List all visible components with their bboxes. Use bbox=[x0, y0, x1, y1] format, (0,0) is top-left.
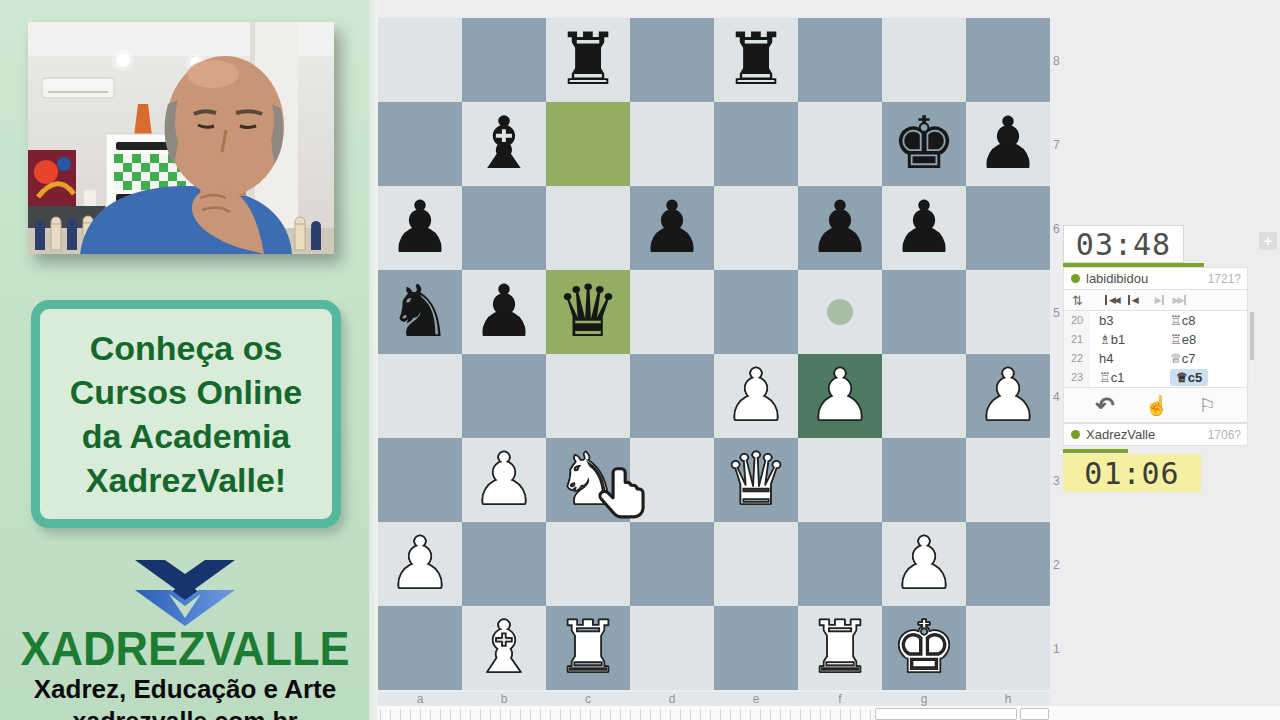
black-pawn[interactable]: ♟ bbox=[798, 186, 882, 270]
opponent-card: labidibidou 1721? bbox=[1063, 267, 1248, 290]
square-f6[interactable]: ♟ bbox=[798, 186, 882, 270]
white-pawn[interactable]: ♟ bbox=[966, 354, 1050, 438]
square-c2[interactable] bbox=[546, 522, 630, 606]
first-move-button[interactable]: ◀◀ bbox=[1105, 295, 1128, 305]
square-d3[interactable] bbox=[630, 438, 714, 522]
white-move[interactable]: b3 bbox=[1090, 313, 1168, 328]
square-b1[interactable]: ♝ bbox=[462, 606, 546, 690]
player-rating: 1706? bbox=[1208, 428, 1241, 442]
black-pawn[interactable]: ♟ bbox=[882, 186, 966, 270]
stream-sidebar: Conheça os Cursos Online da Academia Xad… bbox=[0, 0, 378, 720]
white-pawn[interactable]: ♟ bbox=[882, 522, 966, 606]
rank-label-8: 8 bbox=[1053, 54, 1067, 68]
square-b8[interactable] bbox=[462, 18, 546, 102]
square-b2[interactable] bbox=[462, 522, 546, 606]
opponent-rating: 1721? bbox=[1208, 272, 1241, 286]
square-h6[interactable] bbox=[966, 186, 1050, 270]
rank-label-7: 7 bbox=[1053, 138, 1067, 152]
square-a1[interactable] bbox=[378, 606, 462, 690]
square-h5[interactable] bbox=[966, 270, 1050, 354]
square-a4[interactable] bbox=[378, 354, 462, 438]
bottom-strip bbox=[378, 706, 1280, 720]
square-f2[interactable] bbox=[798, 522, 882, 606]
square-d4[interactable] bbox=[630, 354, 714, 438]
square-h4[interactable]: ♟ bbox=[966, 354, 1050, 438]
white-queen[interactable]: ♛ bbox=[714, 438, 798, 522]
black-queen[interactable]: ♛ bbox=[546, 270, 630, 354]
square-d6[interactable]: ♟ bbox=[630, 186, 714, 270]
square-c8[interactable]: ♜ bbox=[546, 18, 630, 102]
square-c5[interactable]: ♛ bbox=[546, 270, 630, 354]
promo-text: Conheça os Cursos Online da Academia Xad… bbox=[70, 326, 302, 503]
rank-label-2: 2 bbox=[1053, 558, 1067, 572]
move-nav-bar: ⇅ ◀◀ ◀ ▶ ▶▶ bbox=[1063, 290, 1248, 311]
white-move[interactable]: ♗b1 bbox=[1090, 332, 1168, 347]
white-bishop[interactable]: ♝ bbox=[462, 606, 546, 690]
white-move[interactable]: h4 bbox=[1090, 351, 1168, 366]
square-g1[interactable]: ♚ bbox=[882, 606, 966, 690]
square-e7[interactable] bbox=[714, 102, 798, 186]
square-e3[interactable]: ♛ bbox=[714, 438, 798, 522]
square-d1[interactable] bbox=[630, 606, 714, 690]
square-f3[interactable] bbox=[798, 438, 882, 522]
rank-label-1: 1 bbox=[1053, 642, 1067, 656]
move-row: 21♗b1♖e8 bbox=[1064, 330, 1247, 349]
online-dot-icon bbox=[1071, 274, 1080, 283]
square-h8[interactable] bbox=[966, 18, 1050, 102]
promo-banner: Conheça os Cursos Online da Academia Xad… bbox=[31, 300, 341, 528]
square-d5[interactable] bbox=[630, 270, 714, 354]
opponent-name[interactable]: labidibidou bbox=[1086, 271, 1208, 286]
move-hint-dot[interactable] bbox=[827, 299, 853, 325]
white-pawn[interactable]: ♟ bbox=[714, 354, 798, 438]
brand-block: XADREZVALLE Xadrez, Educação e Arte xadr… bbox=[0, 560, 370, 720]
move-number: 22 bbox=[1064, 349, 1090, 368]
square-b6[interactable] bbox=[462, 186, 546, 270]
square-c6[interactable] bbox=[546, 186, 630, 270]
resign-flag-icon[interactable]: ⚐ bbox=[1198, 396, 1215, 415]
webcam-scene bbox=[28, 22, 334, 254]
online-dot-icon bbox=[1071, 430, 1080, 439]
white-knight[interactable]: ♞ bbox=[546, 438, 630, 522]
square-g5[interactable] bbox=[882, 270, 966, 354]
black-move[interactable]: ♕c7 bbox=[1168, 351, 1247, 366]
square-a2[interactable]: ♟ bbox=[378, 522, 462, 606]
square-e1[interactable] bbox=[714, 606, 798, 690]
black-king[interactable]: ♚ bbox=[882, 102, 966, 186]
last-move-button[interactable]: ▶▶ bbox=[1164, 295, 1187, 305]
bottom-small-box[interactable] bbox=[1020, 708, 1049, 720]
square-e5[interactable] bbox=[714, 270, 798, 354]
game-actions: ↶ ☝ ⚐ bbox=[1063, 387, 1248, 423]
square-c7[interactable] bbox=[546, 102, 630, 186]
chess-board[interactable]: ♜♜♝♚♟♟♟♟♟♞♟♛♟♟♟♟♞♛♟♟♝♜♜♚ bbox=[378, 18, 1050, 690]
square-e6[interactable] bbox=[714, 186, 798, 270]
brand-website: xadrezvalle.com.br bbox=[0, 707, 370, 720]
square-h7[interactable]: ♟ bbox=[966, 102, 1050, 186]
brand-name: XADREZVALLE bbox=[0, 625, 370, 672]
black-bishop[interactable]: ♝ bbox=[462, 102, 546, 186]
square-h2[interactable] bbox=[966, 522, 1050, 606]
black-pawn[interactable]: ♟ bbox=[462, 270, 546, 354]
white-pawn[interactable]: ♟ bbox=[378, 522, 462, 606]
player-card: XadrezValle 1706? bbox=[1063, 423, 1248, 446]
bottom-input-box[interactable] bbox=[875, 708, 1017, 720]
move-number: 23 bbox=[1064, 368, 1090, 387]
brand-tagline: Xadrez, Educação e Arte bbox=[0, 674, 370, 705]
opponent-clock: 03:48 bbox=[1063, 225, 1184, 263]
square-d2[interactable] bbox=[630, 522, 714, 606]
square-c1[interactable]: ♜ bbox=[546, 606, 630, 690]
square-b4[interactable] bbox=[462, 354, 546, 438]
player-progress-bar bbox=[1063, 449, 1128, 453]
square-g6[interactable]: ♟ bbox=[882, 186, 966, 270]
square-g3[interactable] bbox=[882, 438, 966, 522]
square-h3[interactable] bbox=[966, 438, 1050, 522]
tick-strip bbox=[380, 709, 872, 720]
square-e8[interactable]: ♜ bbox=[714, 18, 798, 102]
square-g2[interactable]: ♟ bbox=[882, 522, 966, 606]
black-move[interactable]: ♖c8 bbox=[1168, 313, 1247, 328]
move-row: 22h4♕c7 bbox=[1064, 349, 1247, 368]
cycle-icon[interactable]: ⇅ bbox=[1072, 293, 1083, 308]
square-f4[interactable]: ♟ bbox=[798, 354, 882, 438]
square-g8[interactable] bbox=[882, 18, 966, 102]
draw-offer-icon[interactable]: ☝ bbox=[1145, 396, 1169, 415]
black-move[interactable]: ♖e8 bbox=[1168, 332, 1247, 347]
square-a3[interactable] bbox=[378, 438, 462, 522]
player-clock-active: 01:06 bbox=[1063, 454, 1201, 492]
takeback-icon[interactable]: ↶ bbox=[1095, 394, 1114, 417]
next-move-button[interactable]: ▶ bbox=[1146, 295, 1164, 305]
white-king[interactable]: ♚ bbox=[882, 606, 966, 690]
move-row: 23♖c1♕c5 bbox=[1064, 368, 1247, 387]
square-g7[interactable]: ♚ bbox=[882, 102, 966, 186]
square-f8[interactable] bbox=[798, 18, 882, 102]
square-a5[interactable]: ♞ bbox=[378, 270, 462, 354]
player-name[interactable]: XadrezValle bbox=[1086, 427, 1208, 442]
xadrezvalle-logo-icon bbox=[125, 560, 245, 626]
square-d7[interactable] bbox=[630, 102, 714, 186]
square-c3[interactable]: ♞ bbox=[546, 438, 630, 522]
black-rook[interactable]: ♜ bbox=[714, 18, 798, 102]
square-a6[interactable]: ♟ bbox=[378, 186, 462, 270]
square-e4[interactable]: ♟ bbox=[714, 354, 798, 438]
square-b5[interactable]: ♟ bbox=[462, 270, 546, 354]
add-time-button[interactable]: + bbox=[1259, 232, 1277, 250]
white-move[interactable]: ♖c1 bbox=[1090, 370, 1168, 385]
move-list-scrollbar[interactable] bbox=[1250, 312, 1254, 386]
square-e2[interactable] bbox=[714, 522, 798, 606]
white-rook[interactable]: ♜ bbox=[546, 606, 630, 690]
black-pawn[interactable]: ♟ bbox=[378, 186, 462, 270]
webcam-video bbox=[28, 22, 334, 254]
move-number: 20 bbox=[1064, 311, 1090, 330]
move-number: 21 bbox=[1064, 330, 1090, 349]
black-move[interactable]: ♕c5 bbox=[1168, 370, 1247, 385]
black-knight[interactable]: ♞ bbox=[378, 270, 462, 354]
square-c4[interactable] bbox=[546, 354, 630, 438]
move-list[interactable]: 20b3♖c821♗b1♖e822h4♕c723♖c1♕c5 bbox=[1063, 311, 1248, 387]
move-row: 20b3♖c8 bbox=[1064, 311, 1247, 330]
black-pawn[interactable]: ♟ bbox=[630, 186, 714, 270]
square-d8[interactable] bbox=[630, 18, 714, 102]
square-b3[interactable]: ♟ bbox=[462, 438, 546, 522]
square-f5[interactable] bbox=[798, 270, 882, 354]
square-g4[interactable] bbox=[882, 354, 966, 438]
square-f7[interactable] bbox=[798, 102, 882, 186]
square-a8[interactable] bbox=[378, 18, 462, 102]
square-b7[interactable]: ♝ bbox=[462, 102, 546, 186]
previous-move-button[interactable]: ◀ bbox=[1128, 295, 1146, 305]
square-h1[interactable] bbox=[966, 606, 1050, 690]
black-rook[interactable]: ♜ bbox=[546, 18, 630, 102]
white-pawn[interactable]: ♟ bbox=[462, 438, 546, 522]
white-pawn[interactable]: ♟ bbox=[798, 354, 882, 438]
square-a7[interactable] bbox=[378, 102, 462, 186]
square-f1[interactable]: ♜ bbox=[798, 606, 882, 690]
white-rook[interactable]: ♜ bbox=[798, 606, 882, 690]
black-pawn[interactable]: ♟ bbox=[966, 102, 1050, 186]
